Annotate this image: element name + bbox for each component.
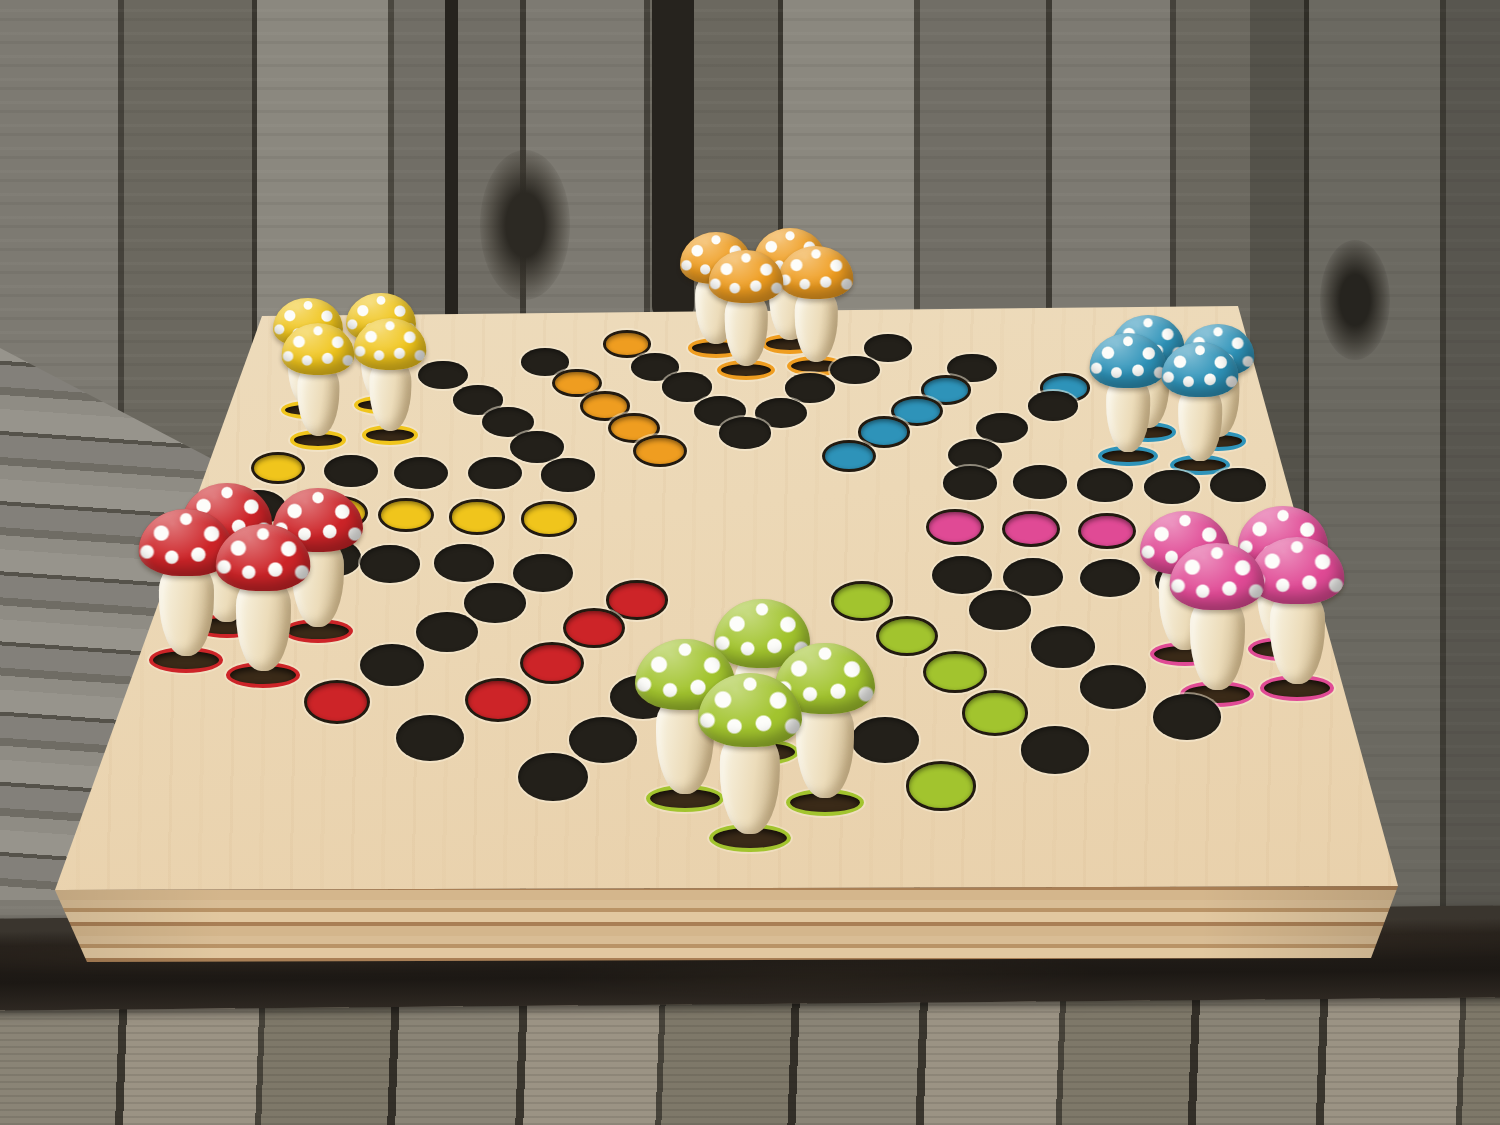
pawn-cap-orange bbox=[779, 246, 854, 299]
mushroom-pawn-yellow[interactable] bbox=[282, 323, 355, 436]
track-field-dot bbox=[785, 373, 835, 402]
track-field-dot bbox=[969, 590, 1031, 630]
pawn-cap-yellow bbox=[354, 318, 427, 370]
track-field-dot bbox=[468, 457, 522, 490]
track-field-dot bbox=[1077, 468, 1132, 502]
track-field-dot bbox=[943, 466, 998, 499]
mushroom-pawn-green[interactable] bbox=[698, 673, 802, 834]
mushroom-pawn-orange[interactable] bbox=[779, 246, 854, 362]
mushroom-pawn-yellow[interactable] bbox=[354, 318, 427, 431]
pawn-cap-orange bbox=[709, 250, 784, 303]
pawn-body bbox=[794, 288, 838, 362]
orange-finish-field-dot bbox=[633, 435, 686, 467]
mushroom-pawn-orange[interactable] bbox=[709, 250, 784, 366]
track-field-dot bbox=[416, 612, 479, 653]
yellow-finish-field-dot bbox=[449, 499, 506, 534]
pawn-cap-red bbox=[216, 524, 311, 592]
track-field-dot bbox=[464, 583, 525, 622]
mushroom-pawn-blue[interactable] bbox=[1162, 342, 1239, 461]
mushroom-pawn-blue[interactable] bbox=[1090, 333, 1167, 452]
yellow-finish-field-dot bbox=[378, 498, 435, 533]
track-field-dot bbox=[1153, 694, 1220, 739]
red-finish-field-dot bbox=[563, 608, 626, 649]
track-field-dot bbox=[360, 545, 419, 582]
photo-scene bbox=[0, 0, 1500, 1125]
track-field-dot bbox=[976, 413, 1028, 444]
pink-finish-field-dot bbox=[1002, 511, 1059, 547]
pawn-cap-blue bbox=[1090, 333, 1167, 388]
track-field-dot bbox=[510, 431, 563, 463]
track-field-dot bbox=[513, 554, 573, 592]
pawn-cap-blue bbox=[1162, 342, 1239, 397]
mushroom-pawn-pink[interactable] bbox=[1170, 543, 1265, 690]
track-field-dot bbox=[719, 417, 771, 448]
yellow-start-field-dot bbox=[251, 452, 305, 485]
track-field-dot bbox=[434, 544, 493, 581]
track-field-dot bbox=[1031, 626, 1095, 668]
track-field-dot bbox=[541, 458, 596, 491]
pink-finish-field-dot bbox=[926, 509, 983, 545]
track-field-dot bbox=[1013, 465, 1068, 498]
track-field-dot bbox=[394, 457, 448, 490]
green-start-field-dot bbox=[906, 761, 977, 810]
green-finish-field-dot bbox=[831, 581, 892, 620]
red-finish-field-dot bbox=[520, 642, 584, 684]
track-field-dot bbox=[1144, 470, 1199, 504]
track-field-dot bbox=[864, 334, 912, 361]
green-finish-field-dot bbox=[962, 690, 1029, 735]
green-finish-field-dot bbox=[876, 616, 939, 657]
track-field-dot bbox=[360, 644, 424, 687]
red-start-field-dot bbox=[304, 680, 370, 724]
track-field-dot bbox=[1021, 726, 1090, 773]
track-field-dot bbox=[1080, 665, 1146, 709]
pink-finish-field-dot bbox=[1078, 513, 1135, 549]
yellow-finish-field-dot bbox=[521, 501, 578, 536]
green-finish-field-dot bbox=[923, 651, 988, 694]
track-field-dot bbox=[396, 715, 464, 761]
board-items bbox=[0, 0, 1500, 1125]
track-field-dot bbox=[569, 717, 637, 764]
track-field-dot bbox=[932, 556, 992, 594]
track-field-dot bbox=[324, 455, 378, 488]
blue-finish-field-dot bbox=[822, 440, 876, 472]
track-field-dot bbox=[1028, 391, 1079, 421]
pawn-cap-green bbox=[698, 673, 802, 747]
mushroom-pawn-red[interactable] bbox=[216, 524, 311, 671]
red-finish-field-dot bbox=[465, 678, 531, 722]
track-field-dot bbox=[662, 372, 712, 401]
pawn-cap-pink bbox=[1170, 543, 1265, 611]
pawn-body bbox=[724, 292, 768, 366]
pawn-cap-yellow bbox=[282, 323, 355, 375]
track-field-dot bbox=[1080, 559, 1140, 597]
track-field-dot bbox=[518, 753, 588, 802]
track-field-dot bbox=[830, 356, 879, 384]
track-field-dot bbox=[1210, 468, 1265, 502]
track-field-dot bbox=[1003, 558, 1063, 596]
